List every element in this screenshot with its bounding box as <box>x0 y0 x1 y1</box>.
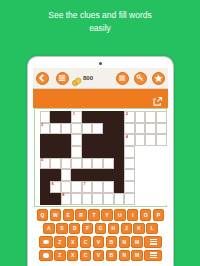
grid-cell[interactable] <box>61 123 72 135</box>
block-cell <box>114 169 125 181</box>
block-cell <box>92 169 103 181</box>
promo-title-line1: See the clues and fill words <box>0 9 200 22</box>
block-cell <box>103 111 114 123</box>
back-button[interactable] <box>36 72 49 85</box>
clue-number: 8 <box>62 193 64 197</box>
key-u[interactable]: U <box>114 209 125 221</box>
grid-cell[interactable] <box>156 123 167 135</box>
grid-cell[interactable] <box>71 146 82 158</box>
block-cell <box>61 111 72 123</box>
key-g[interactable]: G <box>95 223 106 235</box>
void-cell <box>135 181 146 193</box>
list-icon <box>58 74 66 82</box>
grid-cell[interactable] <box>145 111 156 123</box>
block-cell <box>114 181 125 193</box>
block-cell <box>92 134 103 146</box>
block-cell <box>50 134 61 146</box>
key-a[interactable]: A <box>43 223 54 235</box>
key-m[interactable]: M <box>131 250 142 262</box>
hint-key[interactable] <box>39 250 53 262</box>
block-cell <box>50 169 61 181</box>
key-j[interactable]: J <box>121 223 132 235</box>
grid-cell[interactable] <box>50 158 61 170</box>
grid-cell[interactable] <box>124 193 135 205</box>
key-o[interactable]: O <box>140 209 151 221</box>
grid-cell[interactable] <box>92 158 103 170</box>
clue-number: 7 <box>83 182 85 186</box>
clue-list-button[interactable] <box>56 72 69 85</box>
keyboard-row: ZXCVBNM <box>33 236 168 248</box>
block-cell <box>40 146 51 158</box>
grid-cell[interactable] <box>50 123 61 135</box>
key-w[interactable]: W <box>50 209 61 221</box>
key-x[interactable]: X <box>67 236 78 248</box>
crossword-panel: 12345678 <box>34 108 167 207</box>
grid-cell[interactable] <box>124 146 135 158</box>
grid-cell[interactable] <box>103 193 114 205</box>
grid-cell[interactable] <box>124 123 135 135</box>
grid-cell[interactable] <box>71 181 82 193</box>
grid-cell[interactable] <box>114 193 125 205</box>
grid-cell[interactable] <box>135 111 146 123</box>
void-cell <box>145 146 156 158</box>
grid-cell[interactable] <box>103 181 114 193</box>
block-cell <box>82 146 93 158</box>
grid-cell[interactable] <box>145 134 156 146</box>
grid-cell[interactable]: 2 <box>124 111 135 123</box>
grid-cell[interactable] <box>71 193 82 205</box>
coins-icon <box>72 73 82 83</box>
key-n[interactable]: N <box>119 250 130 262</box>
grid-cell[interactable]: 3 <box>40 123 51 135</box>
block-cell <box>92 111 103 123</box>
block-cell <box>50 111 61 123</box>
block-cell <box>61 146 72 158</box>
void-cell <box>135 146 146 158</box>
grid-cell[interactable] <box>61 181 72 193</box>
key-b[interactable]: B <box>106 236 117 248</box>
block-cell <box>103 134 114 146</box>
key-c[interactable]: C <box>80 250 91 262</box>
toolbar: 800 <box>33 68 168 89</box>
grid-cell[interactable] <box>124 169 135 181</box>
back-arrow-icon <box>38 74 46 82</box>
favorites-button[interactable] <box>152 72 165 85</box>
grid-cell[interactable]: 1 <box>71 111 82 123</box>
block-cell <box>103 146 114 158</box>
grid-cell[interactable]: 8 <box>61 193 72 205</box>
promo-title: See the clues and fill words easily <box>0 9 200 35</box>
key-k[interactable]: K <box>133 223 144 235</box>
key-m[interactable]: M <box>131 236 142 248</box>
grid-cell[interactable]: 7 <box>82 181 93 193</box>
grid-cell[interactable] <box>156 134 167 146</box>
key-c[interactable]: C <box>80 236 91 248</box>
share-button[interactable] <box>152 93 163 104</box>
menu-button[interactable] <box>116 72 129 85</box>
block-cell <box>40 181 51 193</box>
clue-number: 4 <box>126 135 128 139</box>
void-cell <box>145 169 156 181</box>
key-i[interactable]: I <box>127 209 138 221</box>
void-cell <box>135 158 146 170</box>
block-cell <box>114 123 125 135</box>
key-h[interactable]: H <box>108 223 119 235</box>
block-cell <box>82 169 93 181</box>
grid-cell[interactable] <box>82 158 93 170</box>
block-cell <box>40 193 51 205</box>
share-icon <box>152 96 163 107</box>
grid-cell[interactable] <box>145 123 156 135</box>
grid-cell[interactable] <box>103 158 114 170</box>
key-q[interactable]: Q <box>37 209 48 221</box>
key-v[interactable]: V <box>93 236 104 248</box>
app-screen: 800 12345678 QWERTYUIOPASDFGHJKLZXCVBNMZ… <box>33 68 168 266</box>
grid-cell[interactable] <box>124 181 135 193</box>
void-cell <box>156 158 167 170</box>
grid-cell[interactable] <box>124 158 135 170</box>
promo-page: { "promo": { "title_line1": "See the clu… <box>0 0 200 266</box>
block-cell <box>103 169 114 181</box>
keyboard-row: ASDFGHJKL <box>33 223 168 235</box>
grid-cell[interactable] <box>71 134 82 146</box>
camera-dot <box>99 62 102 65</box>
grid-cell[interactable] <box>40 111 51 123</box>
grid-cell[interactable]: 5 <box>40 158 51 170</box>
block-cell <box>71 169 82 181</box>
grid-cell[interactable] <box>71 158 82 170</box>
block-cell <box>103 123 114 135</box>
grid-cell[interactable]: 6 <box>50 181 61 193</box>
oval-icon <box>43 253 49 258</box>
key-icon <box>136 74 144 82</box>
clue-number: 5 <box>41 158 43 162</box>
void-cell <box>156 181 167 193</box>
lines-icon <box>150 252 157 258</box>
key-x[interactable]: X <box>67 250 78 262</box>
key-l[interactable]: L <box>146 223 157 235</box>
block-cell <box>114 111 125 123</box>
key-e[interactable]: E <box>63 209 74 221</box>
void-cell <box>145 181 156 193</box>
key-p[interactable]: P <box>153 209 164 221</box>
block-cell <box>40 169 51 181</box>
clue-number: 2 <box>126 112 128 116</box>
key-f[interactable]: F <box>82 223 93 235</box>
lines-icon <box>150 239 157 245</box>
block-cell <box>82 134 93 146</box>
grid-cell[interactable] <box>135 134 146 146</box>
hint-key-button[interactable] <box>134 72 147 85</box>
grid-cell[interactable] <box>61 158 72 170</box>
block-cell <box>114 134 125 146</box>
block-cell <box>40 134 51 146</box>
grid-cell[interactable] <box>92 193 103 205</box>
coins-balance: 800 <box>83 75 93 81</box>
clue-number: 6 <box>52 182 54 186</box>
block-cell <box>114 158 125 170</box>
block-cell <box>82 111 93 123</box>
grid-cell[interactable] <box>92 123 103 135</box>
grid-cell[interactable] <box>135 123 146 135</box>
menu-lines-icon <box>118 74 126 82</box>
crossword-grid: 12345678 <box>40 111 167 205</box>
star-icon <box>154 74 163 83</box>
block-cell <box>61 134 72 146</box>
grid-cell[interactable] <box>82 123 93 135</box>
key-v[interactable]: V <box>93 250 104 262</box>
key-z[interactable]: Z <box>54 236 65 248</box>
key-t[interactable]: T <box>88 209 99 221</box>
key-s[interactable]: S <box>56 223 67 235</box>
block-cell <box>50 193 61 205</box>
clues-key[interactable] <box>144 236 162 248</box>
key-r[interactable]: R <box>75 209 86 221</box>
void-cell <box>145 158 156 170</box>
clue-number: 1 <box>73 112 75 116</box>
void-cell <box>145 193 156 205</box>
void-cell <box>156 169 167 181</box>
grid-cell[interactable]: 4 <box>124 134 135 146</box>
void-cell <box>156 193 167 205</box>
key-b[interactable]: B <box>106 250 117 262</box>
block-cell <box>50 146 61 158</box>
void-cell <box>135 169 146 181</box>
tablet-frame: 800 12345678 QWERTYUIOPASDFGHJKLZXCVBNMZ… <box>27 56 174 266</box>
oval-icon <box>43 240 49 245</box>
keyboard-row: ZXCVBNM <box>33 250 168 262</box>
key-y[interactable]: Y <box>101 209 112 221</box>
key-n[interactable]: N <box>119 236 130 248</box>
void-cell <box>156 146 167 158</box>
key-z[interactable]: Z <box>54 250 65 262</box>
promo-title-line2: easily <box>0 22 200 35</box>
clues-key[interactable] <box>144 250 162 262</box>
key-d[interactable]: D <box>69 223 80 235</box>
grid-cell[interactable] <box>156 111 167 123</box>
grid-cell[interactable] <box>71 123 82 135</box>
grid-cell[interactable] <box>82 193 93 205</box>
clue-bar <box>33 89 168 108</box>
grid-cell[interactable] <box>92 181 103 193</box>
block-cell <box>114 146 125 158</box>
keyboard: QWERTYUIOPASDFGHJKLZXCVBNMZXCVBNM <box>33 209 168 263</box>
clue-number: 3 <box>41 123 43 127</box>
grid-cell[interactable] <box>61 169 72 181</box>
block-cell <box>92 146 103 158</box>
void-cell <box>135 193 146 205</box>
hint-key[interactable] <box>39 236 53 248</box>
keyboard-row: QWERTYUIOP <box>33 209 168 221</box>
